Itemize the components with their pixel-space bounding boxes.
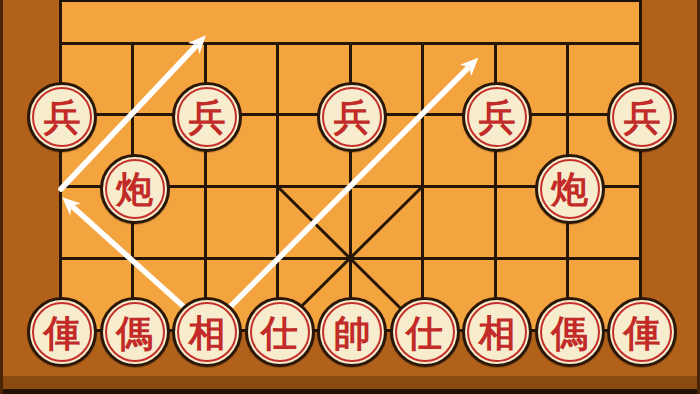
piece-glyph: 仕 [406,315,443,352]
river-area [59,0,642,42]
piece-glyph: 仕 [261,315,298,352]
piece-glyph: 傌 [551,315,588,352]
piece-glyph: 相 [479,315,516,352]
xiangqi-piece-red-soldier-e4[interactable]: 兵 [317,82,387,152]
piece-glyph: 帥 [334,315,371,352]
xiangqi-piece-red-soldier-a4[interactable]: 兵 [27,82,97,152]
piece-glyph: 兵 [334,99,371,136]
xiangqi-screenshot: 俥傌相仕帥仕相傌俥炮炮兵兵兵兵兵 [0,0,700,394]
frame-bottom-edge [0,389,700,394]
frame-left-edge [0,0,3,394]
xiangqi-piece-red-elephant-c1[interactable]: 相 [172,297,242,367]
piece-glyph: 兵 [189,99,226,136]
piece-glyph: 俥 [624,315,661,352]
board-cell [352,188,422,257]
xiangqi-piece-red-soldier-i4[interactable]: 兵 [607,82,677,152]
piece-glyph: 兵 [44,99,81,136]
frame-bottom-strip [0,376,700,389]
xiangqi-piece-red-horse-b1[interactable]: 傌 [100,297,170,367]
xiangqi-piece-red-advisor-f1[interactable]: 仕 [390,297,460,367]
xiangqi-piece-red-chariot-i1[interactable]: 俥 [607,297,677,367]
xiangqi-piece-red-horse-h1[interactable]: 傌 [535,297,605,367]
xiangqi-piece-red-cannon-b3[interactable]: 炮 [100,154,170,224]
xiangqi-piece-red-soldier-g4[interactable]: 兵 [462,82,532,152]
xiangqi-piece-red-soldier-c4[interactable]: 兵 [172,82,242,152]
piece-glyph: 炮 [116,171,153,208]
xiangqi-piece-red-general-e1[interactable]: 帥 [317,297,387,367]
xiangqi-piece-red-elephant-g1[interactable]: 相 [462,297,532,367]
xiangqi-piece-red-chariot-a1[interactable]: 俥 [27,297,97,367]
piece-glyph: 兵 [624,99,661,136]
board-cell [279,188,349,257]
piece-glyph: 炮 [551,171,588,208]
xiangqi-piece-red-cannon-h3[interactable]: 炮 [535,154,605,224]
xiangqi-piece-red-advisor-d1[interactable]: 仕 [245,297,315,367]
piece-glyph: 俥 [44,315,81,352]
piece-glyph: 傌 [116,315,153,352]
board-cell [424,188,494,257]
board-cell [207,188,277,257]
piece-glyph: 相 [189,315,226,352]
piece-glyph: 兵 [479,99,516,136]
